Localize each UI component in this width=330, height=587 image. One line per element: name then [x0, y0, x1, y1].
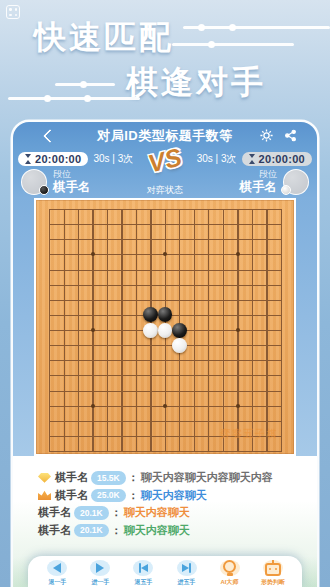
star-point — [230, 322, 245, 337]
white-stone[interactable] — [172, 338, 187, 353]
chat-player-name: 棋手名 — [55, 470, 88, 485]
white-stone-badge — [281, 185, 291, 195]
left-player-avatar[interactable] — [21, 169, 47, 195]
star-point — [158, 398, 173, 413]
skip-back-icon — [139, 563, 148, 573]
back-chevron-icon[interactable] — [43, 129, 57, 143]
chat-row[interactable]: 棋手名 25.0K ： 聊天内容聊天 — [13, 487, 317, 505]
chat-player-name: 棋手名 — [38, 505, 71, 520]
button-label: AI大师 — [221, 578, 239, 587]
forward-move-button[interactable]: 进一手 — [87, 560, 113, 587]
chat-player-name: 棋手名 — [55, 488, 88, 503]
settings-gear-icon[interactable] — [260, 129, 273, 142]
right-timer-value: 20:00:00 — [259, 153, 305, 165]
goban[interactable]: 弈客五子棋 — [34, 198, 296, 456]
left-player-rank-label: 段位 — [53, 169, 91, 180]
rating-badge: 20.1K — [74, 524, 109, 538]
share-icon[interactable] — [284, 129, 297, 142]
hourglass-icon — [25, 154, 32, 164]
button-label: 退五手 — [134, 578, 152, 587]
board-watermark: 弈客五子棋 — [221, 427, 279, 441]
right-player-rank-label: 段位 — [240, 169, 278, 180]
board-cells[interactable] — [42, 201, 289, 458]
chat-player-name: 棋手名 — [38, 523, 71, 538]
star-point — [230, 398, 245, 413]
star-point — [158, 247, 173, 262]
right-player-name: 棋手名 — [240, 180, 278, 195]
black-stone[interactable] — [172, 322, 187, 337]
skip-forward-icon — [182, 563, 191, 573]
robot-icon — [265, 563, 281, 576]
position-judge-button[interactable]: 形势判断 — [260, 560, 286, 587]
back-five-button[interactable]: 退五手 — [130, 560, 156, 587]
star-point — [85, 398, 100, 413]
button-label: 进五手 — [178, 578, 196, 587]
crown-icon — [38, 490, 51, 500]
rating-badge: 25.0K — [91, 489, 126, 503]
star-point — [85, 247, 100, 262]
game-title: 对局ID类型标题手数等 — [97, 127, 233, 145]
players-row: 段位 棋手名 VS 对弈状态 段位 棋手名 — [13, 168, 317, 198]
right-byoyomi: 30s | 3次 — [197, 152, 237, 166]
chat-colon: ： — [128, 488, 139, 503]
game-card: 对局ID类型标题手数等 20:00:00 30s | 3次 30s | 3次 — [13, 122, 317, 587]
forward-five-button[interactable]: 进五手 — [174, 560, 200, 587]
rating-badge: 20.1K — [74, 506, 109, 520]
chat-row[interactable]: 棋手名 15.5K ： 聊天内容聊天内容聊天内容 — [13, 469, 317, 487]
chat-message: 聊天内容聊天 — [124, 523, 190, 538]
ai-hint-button[interactable]: AI大师 — [217, 560, 243, 587]
banner-title-line1: 快速匹配 — [34, 16, 174, 60]
button-label: 进一手 — [91, 578, 109, 587]
right-timer-pill: 20:00:00 — [242, 152, 312, 166]
promo-banner: 快速匹配 棋逢对手 — [0, 0, 330, 122]
left-player-name: 棋手名 — [53, 180, 91, 195]
diamond-icon — [38, 473, 51, 483]
bulb-icon — [223, 560, 236, 573]
hourglass-icon — [249, 154, 256, 164]
black-stone[interactable] — [158, 307, 173, 322]
star-point — [230, 247, 245, 262]
bottom-toolbar: 退一手 进一手 退五手 进五手 AI大师 形势判断 — [28, 556, 302, 587]
match-status: 对弈状态 — [147, 184, 183, 197]
left-player-info: 段位 棋手名 — [53, 169, 91, 195]
gomoku-match-screen: { "game": "gomoku (五子棋) match screen on … — [0, 0, 330, 587]
chat-row[interactable]: 棋手名 20.1K ： 聊天内容聊天 — [13, 504, 317, 522]
left-timer-pill: 20:00:00 — [18, 152, 88, 166]
board-section: 弈客五子棋 — [13, 198, 317, 456]
white-stone[interactable] — [143, 322, 158, 337]
left-timer-value: 20:00:00 — [35, 153, 81, 165]
chat-colon: ： — [111, 523, 122, 538]
right-player-avatar[interactable] — [283, 169, 309, 195]
white-stone[interactable] — [158, 322, 173, 337]
button-label: 退一手 — [48, 578, 66, 587]
timer-row: 20:00:00 30s | 3次 30s | 3次 20:00:00 — [13, 149, 317, 168]
undo-move-button[interactable]: 退一手 — [44, 560, 70, 587]
chat-message: 聊天内容聊天内容聊天内容 — [141, 470, 273, 485]
step-forward-icon — [96, 563, 104, 573]
chat-row[interactable]: 棋手名 20.1K ： 聊天内容聊天 — [13, 522, 317, 540]
banner-title-line2: 棋逢对手 — [126, 61, 266, 105]
step-back-icon — [53, 563, 61, 573]
black-stone-badge — [39, 185, 49, 195]
chat-colon: ： — [128, 470, 139, 485]
game-header: 对局ID类型标题手数等 — [13, 122, 317, 149]
rating-badge: 15.5K — [91, 471, 126, 485]
chat-colon: ： — [111, 505, 122, 520]
star-point — [85, 322, 100, 337]
app-grid-icon[interactable] — [6, 5, 20, 19]
chat-message: 聊天内容聊天 — [141, 488, 207, 503]
chat-message: 聊天内容聊天 — [124, 505, 190, 520]
right-player-info: 段位 棋手名 — [240, 169, 278, 195]
black-stone[interactable] — [143, 307, 158, 322]
button-label: 形势判断 — [261, 578, 285, 587]
left-byoyomi: 30s | 3次 — [93, 152, 133, 166]
